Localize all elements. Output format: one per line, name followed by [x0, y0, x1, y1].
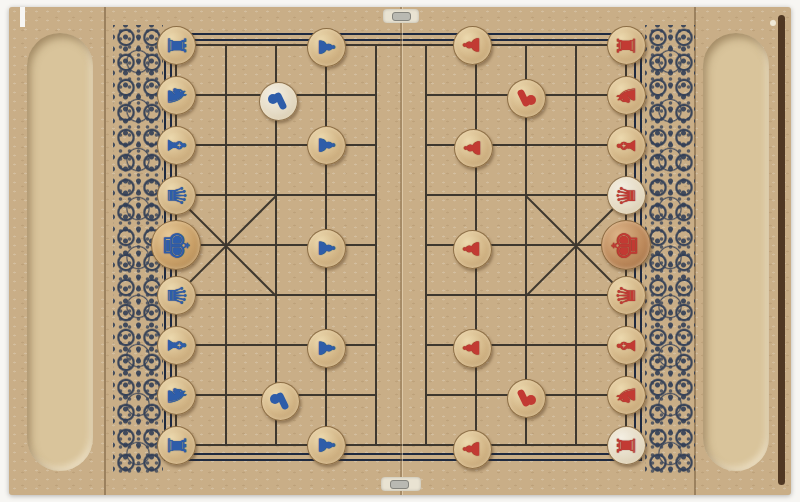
wooden-disc: ♝: [607, 126, 646, 165]
photo-background: ♜♞♝♛♚♛♝♞♜♟♟♟♟♟♜♞♝♛♚♛♝♞♜♟♟♟♟♟: [0, 0, 800, 502]
chariot-icon: ♜: [613, 34, 638, 56]
red-chariot[interactable]: ♜: [601, 20, 651, 70]
blue-elephant[interactable]: ♝: [151, 320, 201, 370]
cannon-icon: [513, 385, 539, 411]
elephant-icon: ♝: [613, 134, 638, 156]
wooden-disc: ♟: [307, 28, 346, 67]
horse-icon: ♞: [163, 84, 188, 106]
advisor-icon: ♛: [613, 284, 638, 306]
bottom-hinge-latch[interactable]: [381, 477, 421, 491]
dark-edge-strip: [778, 15, 785, 485]
horse-icon: ♞: [613, 84, 638, 106]
pieces-layer: ♜♞♝♛♚♛♝♞♜♟♟♟♟♟♜♞♝♛♚♛♝♞♜♟♟♟♟♟: [151, 20, 651, 470]
cannon-icon: [265, 88, 291, 114]
blue-soldier[interactable]: ♟: [301, 120, 351, 170]
wooden-disc: ♜: [157, 426, 196, 465]
chariot-icon: ♜: [163, 434, 188, 456]
wing-notch: [20, 7, 25, 27]
blue-advisor[interactable]: ♛: [151, 270, 201, 320]
wooden-disc: ♟: [307, 229, 346, 268]
red-horse[interactable]: ♞: [601, 70, 651, 120]
wooden-disc: ♟: [453, 329, 492, 368]
cannon-wheel-icon: [526, 395, 536, 405]
cannon-icon: [267, 388, 293, 414]
soldier-icon: ♟: [315, 135, 337, 155]
blue-chariot[interactable]: ♜: [151, 20, 201, 70]
wooden-disc: ♟: [453, 26, 492, 65]
screw-dot: [770, 20, 776, 26]
cannon-wheel-icon: [268, 94, 278, 104]
wooden-disc: [261, 382, 300, 421]
fold-out-wing-right: [694, 7, 791, 495]
blue-advisor[interactable]: ♛: [151, 170, 201, 220]
xiangqi-board[interactable]: ♜♞♝♛♚♛♝♞♜♟♟♟♟♟♜♞♝♛♚♛♝♞♜♟♟♟♟♟: [9, 7, 791, 495]
red-elephant[interactable]: ♝: [601, 320, 651, 370]
red-cannon[interactable]: [501, 73, 551, 123]
soldier-icon: ♟: [315, 435, 337, 455]
blue-soldier[interactable]: ♟: [301, 223, 351, 273]
blue-horse[interactable]: ♞: [151, 70, 201, 120]
red-soldier[interactable]: ♟: [448, 123, 498, 173]
blue-king[interactable]: ♚: [151, 220, 201, 270]
red-advisor[interactable]: ♛: [601, 270, 651, 320]
soldier-icon: ♟: [461, 338, 483, 358]
red-soldier[interactable]: ♟: [447, 224, 497, 274]
advisor-icon: ♛: [163, 284, 188, 306]
blue-cannon[interactable]: [255, 376, 305, 426]
cannon-wheel-icon: [526, 95, 536, 105]
wooden-disc: ♚: [151, 220, 201, 270]
wooden-disc: ♝: [607, 326, 646, 365]
red-advisor[interactable]: ♛: [601, 170, 651, 220]
wooden-disc: ♛: [157, 176, 196, 215]
advisor-icon: ♛: [163, 184, 188, 206]
wooden-disc: ♝: [157, 326, 196, 365]
horse-icon: ♞: [163, 384, 188, 406]
red-horse[interactable]: ♞: [601, 370, 651, 420]
elephant-icon: ♝: [163, 134, 188, 156]
wooden-disc: ♛: [607, 276, 646, 315]
elephant-icon: ♝: [163, 334, 188, 356]
wooden-disc: ♛: [607, 176, 646, 215]
blue-horse[interactable]: ♞: [151, 370, 201, 420]
latch-metal-icon: [390, 480, 409, 489]
horse-icon: ♞: [613, 384, 638, 406]
cannon-icon: [513, 85, 539, 111]
soldier-icon: ♟: [461, 35, 483, 55]
chariot-icon: ♜: [163, 34, 188, 56]
blue-elephant[interactable]: ♝: [151, 120, 201, 170]
wooden-disc: ♟: [453, 230, 492, 269]
blue-soldier[interactable]: ♟: [301, 22, 351, 72]
wooden-disc: ♚: [601, 220, 651, 270]
cannon-wheel-icon: [270, 394, 280, 404]
wooden-disc: ♟: [453, 430, 492, 469]
soldier-icon: ♟: [315, 238, 337, 258]
red-soldier[interactable]: ♟: [447, 323, 497, 373]
wooden-disc: [507, 79, 546, 118]
wooden-disc: ♟: [454, 129, 493, 168]
blue-cannon[interactable]: [253, 76, 303, 126]
wooden-disc: ♟: [307, 426, 346, 465]
fold-out-wing-left: [9, 7, 106, 495]
captured-piece-tray-left[interactable]: [27, 33, 93, 471]
red-elephant[interactable]: ♝: [601, 120, 651, 170]
soldier-icon: ♟: [461, 439, 483, 459]
wooden-disc: ♛: [157, 276, 196, 315]
elephant-icon: ♝: [613, 334, 638, 356]
wooden-disc: ♟: [307, 126, 346, 165]
wooden-disc: ♜: [157, 26, 196, 65]
wooden-disc: [507, 379, 546, 418]
red-chariot[interactable]: ♜: [601, 420, 651, 470]
blue-soldier[interactable]: ♟: [301, 420, 351, 470]
wooden-disc: ♝: [157, 126, 196, 165]
red-king[interactable]: ♚: [601, 220, 651, 270]
soldier-icon: ♟: [461, 239, 483, 259]
wooden-disc: ♞: [157, 376, 196, 415]
blue-soldier[interactable]: ♟: [301, 323, 351, 373]
chariot-icon: ♜: [613, 434, 638, 456]
wooden-disc: ♞: [157, 76, 196, 115]
ornamental-scroll-border-right: [645, 25, 695, 477]
wooden-disc: ♞: [607, 76, 646, 115]
blue-chariot[interactable]: ♜: [151, 420, 201, 470]
soldier-icon: ♟: [462, 138, 484, 158]
wooden-disc: [259, 82, 298, 121]
wooden-disc: ♞: [607, 376, 646, 415]
wooden-disc: ♜: [607, 26, 646, 65]
soldier-icon: ♟: [315, 37, 337, 57]
king-icon: ♚: [158, 229, 193, 260]
wooden-disc: ♜: [607, 426, 646, 465]
captured-piece-tray-right[interactable]: [703, 33, 769, 471]
soldier-icon: ♟: [315, 338, 337, 358]
king-icon: ♚: [608, 229, 643, 260]
red-soldier[interactable]: ♟: [447, 424, 497, 474]
wooden-disc: ♟: [307, 329, 346, 368]
red-soldier[interactable]: ♟: [447, 20, 497, 70]
advisor-icon: ♛: [613, 184, 638, 206]
red-cannon[interactable]: [501, 373, 551, 423]
